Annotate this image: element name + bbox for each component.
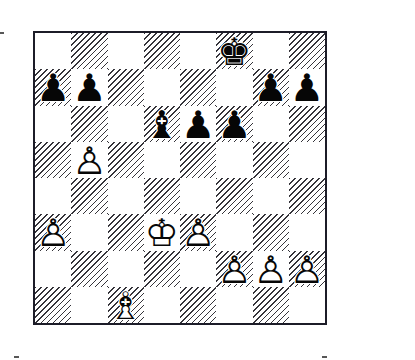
square-b4[interactable] [71,178,107,214]
square-e7[interactable] [180,69,216,105]
square-b6[interactable] [71,106,107,142]
square-f6[interactable]: ♟♟ [216,106,252,142]
square-h8[interactable] [289,33,325,69]
square-f5[interactable] [216,142,252,178]
square-h6[interactable] [289,106,325,142]
piece-white-pawn[interactable]: ♟♙ [35,214,71,250]
square-b2[interactable] [71,251,107,287]
square-d1[interactable] [144,287,180,323]
white-pawn-glyph: ♙ [36,214,70,252]
square-b1[interactable] [71,287,107,323]
square-h5[interactable] [289,142,325,178]
square-f2[interactable]: ♟♙ [216,251,252,287]
square-e8[interactable] [180,33,216,69]
square-e6[interactable]: ♟♟ [180,106,216,142]
piece-white-pawn[interactable]: ♟♙ [180,214,216,250]
square-b7[interactable]: ♟♟ [71,69,107,105]
black-pawn-glyph: ♟ [290,69,324,107]
piece-white-pawn[interactable]: ♟♙ [253,251,289,287]
square-g8[interactable] [253,33,289,69]
square-f8[interactable]: ♚♚ [216,33,252,69]
scan-artifact [0,32,4,34]
square-a2[interactable] [35,251,71,287]
square-e5[interactable] [180,142,216,178]
chess-diagram-page: ♚♚♟♟♟♟♟♟♟♟♝♝♟♟♟♟♟♙♟♙♚♔♟♙♟♙♟♙♟♙♝♗ [0,0,415,360]
piece-white-pawn[interactable]: ♟♙ [216,251,252,287]
white-pawn-glyph: ♙ [181,214,215,252]
black-pawn-glyph: ♟ [181,106,215,144]
square-d3[interactable]: ♚♔ [144,214,180,250]
square-c7[interactable] [108,69,144,105]
square-d7[interactable] [144,69,180,105]
piece-black-pawn[interactable]: ♟♟ [35,69,71,105]
square-d6[interactable]: ♝♝ [144,106,180,142]
square-d8[interactable] [144,33,180,69]
square-e4[interactable] [180,178,216,214]
white-pawn-glyph: ♙ [290,251,324,289]
square-c6[interactable] [108,106,144,142]
piece-black-pawn[interactable]: ♟♟ [253,69,289,105]
white-pawn-glyph: ♙ [72,142,106,180]
square-g7[interactable]: ♟♟ [253,69,289,105]
square-d4[interactable] [144,178,180,214]
piece-black-bishop[interactable]: ♝♝ [144,106,180,142]
black-pawn-glyph: ♟ [217,106,251,144]
square-c8[interactable] [108,33,144,69]
piece-white-pawn[interactable]: ♟♙ [71,142,107,178]
square-g5[interactable] [253,142,289,178]
chess-board: ♚♚♟♟♟♟♟♟♟♟♝♝♟♟♟♟♟♙♟♙♚♔♟♙♟♙♟♙♟♙♝♗ [33,31,327,325]
square-b5[interactable]: ♟♙ [71,142,107,178]
square-h2[interactable]: ♟♙ [289,251,325,287]
square-e3[interactable]: ♟♙ [180,214,216,250]
square-d5[interactable] [144,142,180,178]
square-a6[interactable] [35,106,71,142]
square-h4[interactable] [289,178,325,214]
square-f3[interactable] [216,214,252,250]
piece-black-pawn[interactable]: ♟♟ [289,69,325,105]
scan-artifact [14,356,19,358]
square-g2[interactable]: ♟♙ [253,251,289,287]
square-f1[interactable] [216,287,252,323]
square-f7[interactable] [216,69,252,105]
white-pawn-glyph: ♙ [254,251,288,289]
piece-black-pawn[interactable]: ♟♟ [180,106,216,142]
square-g3[interactable] [253,214,289,250]
piece-black-pawn[interactable]: ♟♟ [216,106,252,142]
piece-white-king[interactable]: ♚♔ [144,214,180,250]
square-g6[interactable] [253,106,289,142]
piece-black-king[interactable]: ♚♚ [216,33,252,69]
square-a4[interactable] [35,178,71,214]
white-king-glyph: ♔ [145,214,179,252]
square-a1[interactable] [35,287,71,323]
square-d2[interactable] [144,251,180,287]
black-pawn-glyph: ♟ [254,69,288,107]
piece-black-pawn[interactable]: ♟♟ [71,69,107,105]
black-king-glyph: ♚ [217,33,251,71]
square-b8[interactable] [71,33,107,69]
black-bishop-glyph: ♝ [145,106,179,144]
square-c3[interactable] [108,214,144,250]
white-pawn-glyph: ♙ [217,251,251,289]
square-c5[interactable] [108,142,144,178]
square-f4[interactable] [216,178,252,214]
square-g1[interactable] [253,287,289,323]
square-a8[interactable] [35,33,71,69]
square-h3[interactable] [289,214,325,250]
square-b3[interactable] [71,214,107,250]
square-h1[interactable] [289,287,325,323]
scan-artifact [322,356,327,358]
square-a7[interactable]: ♟♟ [35,69,71,105]
black-pawn-glyph: ♟ [72,69,106,107]
square-c4[interactable] [108,178,144,214]
square-h7[interactable]: ♟♟ [289,69,325,105]
piece-white-bishop[interactable]: ♝♗ [108,287,144,323]
square-e1[interactable] [180,287,216,323]
black-pawn-glyph: ♟ [36,69,70,107]
square-g4[interactable] [253,178,289,214]
square-a5[interactable] [35,142,71,178]
square-e2[interactable] [180,251,216,287]
square-a3[interactable]: ♟♙ [35,214,71,250]
piece-white-pawn[interactable]: ♟♙ [289,251,325,287]
white-bishop-glyph: ♗ [109,287,143,325]
square-c2[interactable] [108,251,144,287]
square-c1[interactable]: ♝♗ [108,287,144,323]
